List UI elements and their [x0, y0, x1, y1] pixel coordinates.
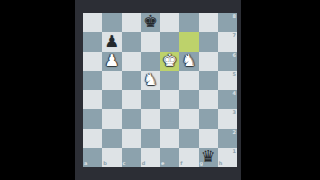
coord-rank-6: 6	[233, 53, 236, 58]
square-h2[interactable]: 2	[218, 129, 237, 148]
square-c3[interactable]	[122, 109, 141, 128]
square-d1[interactable]: d	[141, 148, 160, 167]
coord-rank-1: 1	[233, 149, 236, 154]
square-f3[interactable]	[179, 109, 198, 128]
square-b4[interactable]	[102, 90, 121, 109]
square-f5[interactable]	[179, 71, 198, 90]
coord-file-c: c	[123, 161, 126, 166]
square-c5[interactable]	[122, 71, 141, 90]
square-h7[interactable]: 7	[218, 32, 237, 51]
square-g7[interactable]	[199, 32, 218, 51]
piece-white-king[interactable]: ♚	[160, 52, 179, 71]
square-a5[interactable]	[83, 71, 102, 90]
square-b5[interactable]	[102, 71, 121, 90]
piece-white-knight[interactable]: ♞	[141, 71, 160, 90]
coord-file-a: a	[84, 161, 87, 166]
video-frame: ♚8♟7♟♚♞6♞5432abcdef♛gh1	[0, 0, 320, 180]
square-d7[interactable]	[141, 32, 160, 51]
square-a2[interactable]	[83, 129, 102, 148]
app-background: ♚8♟7♟♚♞6♞5432abcdef♛gh1	[75, 0, 241, 180]
square-e4[interactable]	[160, 90, 179, 109]
square-g1[interactable]: ♛g	[199, 148, 218, 167]
square-f7[interactable]	[179, 32, 198, 51]
square-h3[interactable]: 3	[218, 109, 237, 128]
square-f6[interactable]: ♞	[179, 52, 198, 71]
square-d4[interactable]	[141, 90, 160, 109]
square-b7[interactable]: ♟	[102, 32, 121, 51]
square-g6[interactable]	[199, 52, 218, 71]
coord-rank-2: 2	[233, 130, 236, 135]
square-d8[interactable]: ♚	[141, 13, 160, 32]
square-f4[interactable]	[179, 90, 198, 109]
square-c8[interactable]	[122, 13, 141, 32]
square-a4[interactable]	[83, 90, 102, 109]
square-d6[interactable]	[141, 52, 160, 71]
square-d5[interactable]: ♞	[141, 71, 160, 90]
square-e5[interactable]	[160, 71, 179, 90]
square-f1[interactable]: f	[179, 148, 198, 167]
piece-black-king[interactable]: ♚	[141, 13, 160, 32]
square-b1[interactable]: b	[102, 148, 121, 167]
square-d3[interactable]	[141, 109, 160, 128]
coord-rank-3: 3	[233, 110, 236, 115]
square-g8[interactable]	[199, 13, 218, 32]
square-d2[interactable]	[141, 129, 160, 148]
square-e3[interactable]	[160, 109, 179, 128]
chess-board[interactable]: ♚8♟7♟♚♞6♞5432abcdef♛gh1	[83, 13, 237, 167]
square-c2[interactable]	[122, 129, 141, 148]
square-g4[interactable]	[199, 90, 218, 109]
piece-white-knight[interactable]: ♞	[179, 52, 198, 71]
square-e8[interactable]	[160, 13, 179, 32]
square-b2[interactable]	[102, 129, 121, 148]
square-h4[interactable]: 4	[218, 90, 237, 109]
square-e7[interactable]	[160, 32, 179, 51]
square-a8[interactable]	[83, 13, 102, 32]
square-a6[interactable]	[83, 52, 102, 71]
coord-file-b: b	[103, 161, 107, 166]
coord-rank-7: 7	[233, 33, 236, 38]
coord-file-f: f	[180, 161, 182, 166]
coord-file-g: g	[200, 161, 204, 166]
square-e6[interactable]: ♚	[160, 52, 179, 71]
square-e1[interactable]: e	[160, 148, 179, 167]
coord-rank-4: 4	[233, 91, 236, 96]
coord-file-h: h	[219, 161, 223, 166]
coord-file-e: e	[161, 161, 164, 166]
square-h5[interactable]: 5	[218, 71, 237, 90]
square-c6[interactable]	[122, 52, 141, 71]
square-h6[interactable]: 6	[218, 52, 237, 71]
square-f2[interactable]	[179, 129, 198, 148]
square-a3[interactable]	[83, 109, 102, 128]
square-h8[interactable]: 8	[218, 13, 237, 32]
square-a7[interactable]	[83, 32, 102, 51]
square-a1[interactable]: a	[83, 148, 102, 167]
square-b6[interactable]: ♟	[102, 52, 121, 71]
square-f8[interactable]	[179, 13, 198, 32]
piece-white-pawn[interactable]: ♟	[102, 52, 121, 71]
square-e2[interactable]	[160, 129, 179, 148]
square-c7[interactable]	[122, 32, 141, 51]
square-g3[interactable]	[199, 109, 218, 128]
square-h1[interactable]: h1	[218, 148, 237, 167]
coord-rank-5: 5	[233, 72, 236, 77]
square-g2[interactable]	[199, 129, 218, 148]
square-c4[interactable]	[122, 90, 141, 109]
piece-black-pawn[interactable]: ♟	[102, 32, 121, 51]
coord-file-d: d	[142, 161, 146, 166]
square-b3[interactable]	[102, 109, 121, 128]
coord-rank-8: 8	[233, 14, 236, 19]
square-g5[interactable]	[199, 71, 218, 90]
square-c1[interactable]: c	[122, 148, 141, 167]
square-b8[interactable]	[102, 13, 121, 32]
